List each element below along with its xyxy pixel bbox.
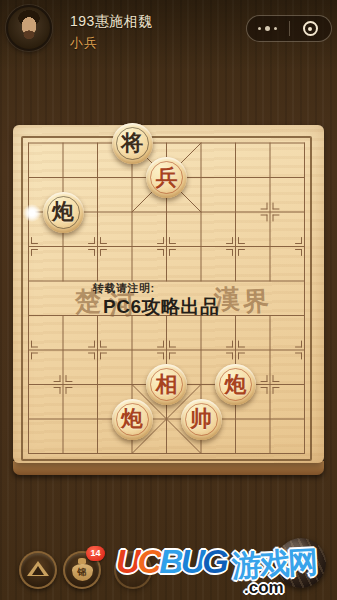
piece-ring — [150, 161, 183, 194]
hidden-footer-button[interactable] — [114, 551, 152, 589]
globe-icon — [276, 538, 326, 588]
more-icon — [265, 26, 270, 31]
piece-ring — [116, 127, 149, 160]
watermark-source: PC6攻略出品 — [103, 294, 219, 320]
piece-red-soldier[interactable]: 兵 — [146, 157, 187, 198]
level-title: 193惠施相魏 — [70, 13, 153, 30]
piece-ring — [150, 368, 183, 401]
chevron-up-icon — [27, 561, 49, 576]
piece-ring — [185, 403, 218, 436]
site-logo-cn: 游戏网 — [231, 542, 317, 587]
player-avatar — [6, 5, 52, 51]
piece-black-general[interactable]: 将 — [112, 123, 153, 164]
logo-letter: U — [181, 542, 203, 580]
more-icon — [274, 27, 277, 30]
miniprogram-capsule — [246, 15, 332, 42]
piece-red-cannon-1[interactable]: 炮 — [215, 364, 256, 405]
bag-label: 锦 — [78, 566, 87, 579]
tips-count-badge: 14 — [86, 546, 105, 561]
money-bag-icon: 锦 — [72, 564, 93, 581]
collapse-button[interactable] — [19, 551, 57, 589]
piece-red-general[interactable]: 帅 — [181, 399, 222, 440]
piece-red-elephant[interactable]: 相 — [146, 364, 187, 405]
difficulty-label: 小兵 — [70, 34, 98, 52]
game-screen: 193惠施相魏 小兵 楚 河 漢 界 将兵炮相炮炮帅 转载请注明: PC6攻略出… — [0, 0, 337, 600]
piece-ring — [47, 196, 80, 229]
tips-bag-button[interactable]: 锦 14 — [63, 551, 101, 589]
piece-black-cannon[interactable]: 炮 — [43, 192, 84, 233]
close-icon — [303, 21, 318, 36]
more-icon — [258, 27, 261, 30]
piece-ring — [116, 403, 149, 436]
logo-letter: B — [159, 542, 181, 580]
piece-ring — [219, 368, 252, 401]
piece-red-cannon-2[interactable]: 炮 — [112, 399, 153, 440]
logo-letter: G — [202, 542, 225, 580]
site-logo-tld: .com — [244, 578, 284, 598]
more-button[interactable] — [247, 16, 289, 41]
close-button[interactable] — [290, 16, 332, 41]
board-3d-edge — [13, 461, 324, 475]
